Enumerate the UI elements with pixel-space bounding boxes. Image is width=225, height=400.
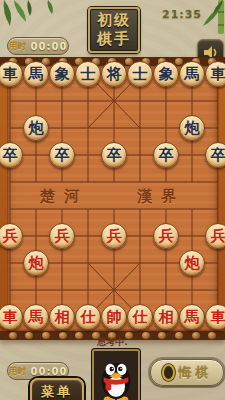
red-piece-兵[interactable]: 兵 xyxy=(205,223,225,249)
red-piece-仕[interactable]: 仕 xyxy=(127,304,153,330)
river-label-left: 楚河 xyxy=(40,187,88,206)
red-piece-兵[interactable]: 兵 xyxy=(49,223,75,249)
qq-penguin-icon xyxy=(97,357,135,400)
red-piece-兵[interactable]: 兵 xyxy=(101,223,127,249)
coin-icon xyxy=(162,364,175,381)
black-piece-車[interactable]: 車 xyxy=(205,61,225,87)
red-piece-馬[interactable]: 馬 xyxy=(179,304,205,330)
black-piece-馬[interactable]: 馬 xyxy=(23,61,49,87)
board-playfield xyxy=(7,66,218,331)
black-piece-士[interactable]: 士 xyxy=(75,61,101,87)
bamboo-leaves-top-right xyxy=(185,0,225,42)
rank-badge-line2: 棋手 xyxy=(97,30,131,49)
red-piece-帥[interactable]: 帥 xyxy=(101,304,127,330)
red-piece-相[interactable]: 相 xyxy=(153,304,179,330)
opponent-time-value: 00:00 xyxy=(31,41,68,52)
game-screen: 21:35 初级 棋手 用时 00:00 楚河 漢界 車馬象士将士象馬車炮炮卒卒… xyxy=(0,0,225,400)
black-piece-将[interactable]: 将 xyxy=(101,61,127,87)
black-piece-象[interactable]: 象 xyxy=(153,61,179,87)
black-piece-象[interactable]: 象 xyxy=(49,61,75,87)
undo-move-button[interactable]: 悔棋 xyxy=(150,359,224,386)
menu-button-label: 菜单 xyxy=(41,383,73,400)
player-time-label: 用时 xyxy=(9,365,27,378)
menu-button[interactable]: 菜单 xyxy=(30,378,84,400)
black-piece-卒[interactable]: 卒 xyxy=(49,142,75,168)
bamboo-leaves-top-left xyxy=(0,0,60,32)
black-piece-馬[interactable]: 馬 xyxy=(179,61,205,87)
opponent-time-label: 用时 xyxy=(9,40,27,53)
black-piece-炮[interactable]: 炮 xyxy=(23,115,49,141)
black-piece-卒[interactable]: 卒 xyxy=(153,142,179,168)
xiangqi-board[interactable] xyxy=(0,57,225,340)
black-piece-卒[interactable]: 卒 xyxy=(205,142,225,168)
red-piece-車[interactable]: 車 xyxy=(205,304,225,330)
opponent-time-badge: 用时 00:00 xyxy=(7,37,69,55)
red-piece-兵[interactable]: 兵 xyxy=(153,223,179,249)
player-avatar xyxy=(92,349,140,400)
black-piece-卒[interactable]: 卒 xyxy=(101,142,127,168)
rank-badge: 初级 棋手 xyxy=(88,7,140,53)
red-piece-相[interactable]: 相 xyxy=(49,304,75,330)
system-clock: 21:35 xyxy=(162,8,202,21)
river-label-right: 漢界 xyxy=(137,187,185,206)
red-piece-炮[interactable]: 炮 xyxy=(179,250,205,276)
black-piece-士[interactable]: 士 xyxy=(127,61,153,87)
undo-button-label: 悔棋 xyxy=(179,364,213,382)
black-piece-炮[interactable]: 炮 xyxy=(179,115,205,141)
rank-badge-line1: 初级 xyxy=(97,11,131,30)
player-time-value: 00:00 xyxy=(31,366,68,377)
red-piece-炮[interactable]: 炮 xyxy=(23,250,49,276)
status-text: 思考中. xyxy=(0,336,225,349)
red-piece-馬[interactable]: 馬 xyxy=(23,304,49,330)
red-piece-仕[interactable]: 仕 xyxy=(75,304,101,330)
